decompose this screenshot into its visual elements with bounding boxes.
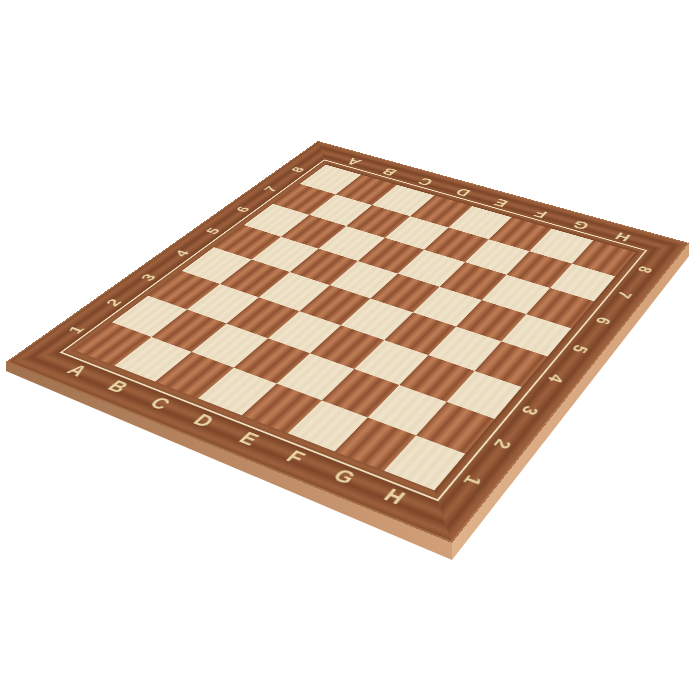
product-photo: ABCDEFGH ABCDEFGH 87654321 87654321 bbox=[0, 0, 700, 700]
